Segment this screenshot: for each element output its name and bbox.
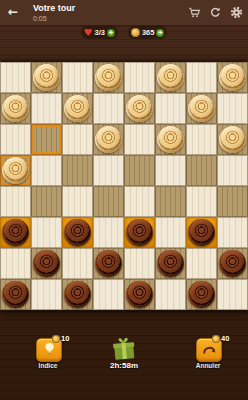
square-r1c7[interactable] [186, 62, 217, 93]
square-r6c5[interactable] [124, 217, 155, 248]
gift-button[interactable] [110, 335, 138, 363]
square-r8c2[interactable] [31, 279, 62, 310]
white-piece[interactable] [64, 95, 91, 122]
undo-cost-value: 40 [221, 334, 229, 343]
lives-value: 3/3 [95, 28, 105, 37]
app-bar: ← Votre tour 0:05 [0, 0, 248, 25]
undo-cost: 40 [212, 334, 229, 343]
square-r3c1[interactable] [0, 124, 31, 155]
square-r3c2[interactable] [31, 124, 62, 155]
settings-gear-icon[interactable] [230, 6, 243, 19]
turn-timer: 0:05 [33, 14, 75, 23]
square-r7c3[interactable] [62, 248, 93, 279]
dark-piece[interactable] [126, 281, 153, 308]
title-block: Votre tour 0:05 [33, 3, 75, 23]
square-r2c5[interactable] [124, 93, 155, 124]
square-r4c5[interactable] [124, 155, 155, 186]
refresh-icon[interactable] [209, 6, 222, 19]
page-title: Votre tour [33, 3, 75, 13]
square-r4c8[interactable] [217, 155, 248, 186]
square-r4c3[interactable] [62, 155, 93, 186]
coins-badge[interactable]: 365 + [128, 26, 168, 39]
square-r4c6[interactable] [155, 155, 186, 186]
square-r3c4[interactable] [93, 124, 124, 155]
lives-badge[interactable]: ♥ 3/3 + [81, 26, 118, 39]
square-r5c6[interactable] [155, 186, 186, 217]
square-r1c8[interactable] [217, 62, 248, 93]
square-r5c5[interactable] [124, 186, 155, 217]
white-piece[interactable] [33, 64, 60, 91]
square-r5c1[interactable] [0, 186, 31, 217]
square-r7c4[interactable] [93, 248, 124, 279]
square-r2c8[interactable] [217, 93, 248, 124]
square-r7c5[interactable] [124, 248, 155, 279]
back-arrow-icon[interactable]: ← [8, 5, 18, 19]
undo-arrow-icon [202, 341, 217, 359]
square-r8c5[interactable] [124, 279, 155, 310]
square-r6c7[interactable] [186, 217, 217, 248]
white-piece[interactable] [2, 95, 29, 122]
coin-icon [52, 335, 60, 343]
square-r5c7[interactable] [186, 186, 217, 217]
square-r6c4[interactable] [93, 217, 124, 248]
square-r2c2[interactable] [31, 93, 62, 124]
hint-label: Indice [39, 362, 58, 370]
lightbulb-icon [43, 341, 56, 360]
white-piece[interactable] [157, 126, 184, 153]
square-r7c7[interactable] [186, 248, 217, 279]
square-r8c3[interactable] [62, 279, 93, 310]
square-r3c7[interactable] [186, 124, 217, 155]
dark-piece[interactable] [64, 219, 91, 246]
dark-piece[interactable] [219, 250, 246, 277]
square-r4c2[interactable] [31, 155, 62, 186]
white-piece[interactable] [126, 95, 153, 122]
square-r2c4[interactable] [93, 93, 124, 124]
dark-piece[interactable] [33, 250, 60, 277]
white-piece[interactable] [219, 64, 246, 91]
coins-value: 365 [142, 28, 155, 37]
square-r3c8[interactable] [217, 124, 248, 155]
square-r5c8[interactable] [217, 186, 248, 217]
square-r2c1[interactable] [0, 93, 31, 124]
coin-icon [131, 28, 140, 37]
gift-timer: 2h:58m [110, 361, 138, 371]
dark-piece[interactable] [157, 250, 184, 277]
square-r5c2[interactable] [31, 186, 62, 217]
white-piece[interactable] [219, 126, 246, 153]
add-lives-button[interactable]: + [107, 29, 115, 37]
square-r8c7[interactable] [186, 279, 217, 310]
gift-icon [110, 335, 138, 363]
square-r1c3[interactable] [62, 62, 93, 93]
checkers-app-screen: ← Votre tour 0:05 ♥ 3/3 + 365 + [0, 0, 248, 400]
square-r6c3[interactable] [62, 217, 93, 248]
white-piece[interactable] [95, 126, 122, 153]
square-r6c1[interactable] [0, 217, 31, 248]
square-r7c6[interactable] [155, 248, 186, 279]
square-r6c8[interactable] [217, 217, 248, 248]
square-r1c2[interactable] [31, 62, 62, 93]
square-r8c8[interactable] [217, 279, 248, 310]
square-r2c3[interactable] [62, 93, 93, 124]
resources-row: ♥ 3/3 + 365 + [0, 26, 248, 39]
white-piece[interactable] [95, 64, 122, 91]
square-r8c4[interactable] [93, 279, 124, 310]
dark-piece[interactable] [2, 219, 29, 246]
square-r7c1[interactable] [0, 248, 31, 279]
coin-icon [212, 335, 220, 343]
square-r7c2[interactable] [31, 248, 62, 279]
square-r2c6[interactable] [155, 93, 186, 124]
square-r8c1[interactable] [0, 279, 31, 310]
heart-icon: ♥ [84, 28, 93, 38]
cart-icon[interactable] [188, 6, 201, 19]
square-r3c6[interactable] [155, 124, 186, 155]
add-coins-button[interactable]: + [156, 29, 164, 37]
hint-cost: 10 [52, 334, 69, 343]
dark-piece[interactable] [126, 219, 153, 246]
dark-piece[interactable] [64, 281, 91, 308]
square-r1c6[interactable] [155, 62, 186, 93]
white-piece[interactable] [157, 64, 184, 91]
square-r1c5[interactable] [124, 62, 155, 93]
square-r3c3[interactable] [62, 124, 93, 155]
square-r4c7[interactable] [186, 155, 217, 186]
dark-piece[interactable] [2, 281, 29, 308]
dark-piece[interactable] [188, 219, 215, 246]
dark-piece[interactable] [188, 281, 215, 308]
dark-piece[interactable] [95, 250, 122, 277]
square-r1c1[interactable] [0, 62, 31, 93]
app-bar-actions [188, 6, 243, 19]
square-r6c2[interactable] [31, 217, 62, 248]
square-r4c1[interactable] [0, 155, 31, 186]
hint-cost-value: 10 [61, 334, 69, 343]
square-r6c6[interactable] [155, 217, 186, 248]
square-r3c5[interactable] [124, 124, 155, 155]
square-r7c8[interactable] [217, 248, 248, 279]
board [0, 62, 248, 310]
square-r1c4[interactable] [93, 62, 124, 93]
square-r8c6[interactable] [155, 279, 186, 310]
white-piece[interactable] [188, 95, 215, 122]
footer-bar: 10 Indice 2h:58m 40 Annuler [0, 310, 248, 400]
white-piece[interactable] [2, 157, 29, 184]
square-r4c4[interactable] [93, 155, 124, 186]
square-r5c3[interactable] [62, 186, 93, 217]
square-r5c4[interactable] [93, 186, 124, 217]
undo-label: Annuler [196, 362, 221, 370]
square-r2c7[interactable] [186, 93, 217, 124]
